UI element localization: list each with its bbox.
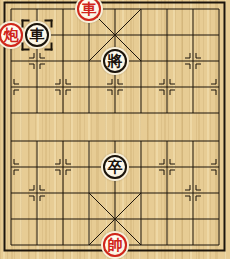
piece-black-general[interactable]: 將: [103, 49, 127, 73]
piece-red-general[interactable]: 帥: [103, 233, 127, 257]
piece-black-soldier[interactable]: 卒: [103, 155, 127, 179]
black-general-glyph: 將: [108, 53, 123, 68]
black-soldier-glyph: 卒: [108, 159, 123, 174]
red-cannon-glyph: 炮: [4, 27, 19, 42]
piece-black-chariot[interactable]: 車: [25, 23, 49, 47]
xiangqi-board[interactable]: 車炮車將卒帥: [0, 0, 230, 259]
red-chariot-glyph: 車: [82, 1, 97, 16]
piece-red-cannon[interactable]: 炮: [0, 23, 23, 47]
red-general-glyph: 帥: [108, 237, 123, 252]
black-chariot-glyph: 車: [30, 27, 45, 42]
